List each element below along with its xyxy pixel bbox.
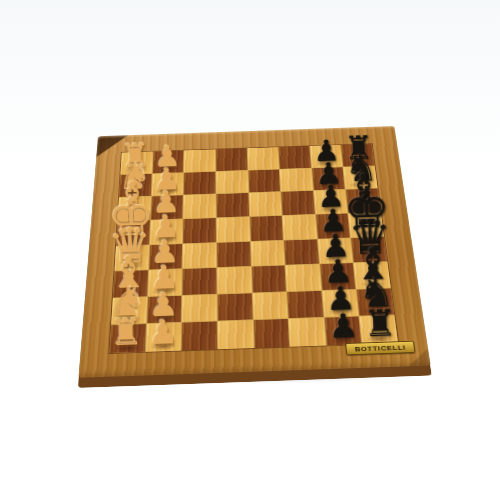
square[interactable]	[184, 194, 216, 218]
brand-plaque-label: BOTTICELLI	[354, 344, 406, 352]
square[interactable]	[250, 216, 283, 241]
board-scene: ♜♟♟♜♞♟♟♞♝♟♟♝♚♟♟♚♛♟♟♛♝♟♟♝♞♟♟♞♜♟♟♜ BOTTICE…	[0, 0, 500, 500]
square[interactable]	[183, 218, 216, 243]
square[interactable]	[218, 321, 253, 350]
square[interactable]	[252, 292, 287, 320]
square[interactable]	[249, 192, 282, 216]
square[interactable]: ♟	[146, 323, 182, 352]
square[interactable]	[283, 215, 317, 240]
square[interactable]: ♜	[109, 324, 145, 353]
square[interactable]: ♜	[360, 316, 398, 345]
square[interactable]	[182, 294, 216, 322]
square[interactable]	[182, 322, 217, 351]
square[interactable]	[184, 171, 215, 194]
square[interactable]	[217, 293, 252, 321]
square[interactable]	[217, 267, 251, 294]
square[interactable]	[289, 318, 326, 347]
square[interactable]	[217, 217, 250, 242]
square[interactable]	[279, 146, 311, 168]
piece-black-pawn[interactable]: ♟	[328, 310, 359, 342]
square[interactable]	[287, 291, 323, 319]
square[interactable]	[284, 239, 319, 265]
square[interactable]	[216, 148, 247, 170]
square[interactable]	[253, 319, 289, 348]
square[interactable]	[184, 149, 215, 172]
square[interactable]	[280, 168, 313, 191]
square[interactable]: ♟	[324, 317, 361, 346]
square[interactable]	[247, 147, 279, 169]
square[interactable]	[286, 264, 321, 291]
board-grid: ♜♟♟♜♞♟♟♞♝♟♟♝♚♟♟♚♛♟♟♛♝♟♟♝♞♟♟♞♜♟♟♜	[109, 144, 398, 353]
chess-board: ♜♟♟♜♞♟♟♞♝♟♟♝♚♟♟♚♛♟♟♛♝♟♟♝♞♟♟♞♜♟♟♜ BOTTICE…	[78, 126, 430, 378]
photo-background: ♜♟♟♜♞♟♟♞♝♟♟♝♚♟♟♚♛♟♟♛♝♟♟♝♞♟♟♞♜♟♟♜ BOTTICE…	[0, 0, 500, 500]
square[interactable]	[216, 170, 248, 193]
square[interactable]	[281, 191, 314, 215]
square[interactable]	[217, 241, 250, 267]
piece-black-rook[interactable]: ♜	[362, 306, 396, 341]
piece-white-rook[interactable]: ♜	[110, 315, 144, 350]
square[interactable]	[183, 243, 216, 269]
piece-white-pawn[interactable]: ♟	[147, 317, 178, 349]
square[interactable]	[251, 240, 285, 266]
square[interactable]	[248, 169, 280, 192]
square[interactable]	[251, 266, 286, 293]
square[interactable]	[216, 193, 248, 217]
square[interactable]	[183, 268, 217, 295]
